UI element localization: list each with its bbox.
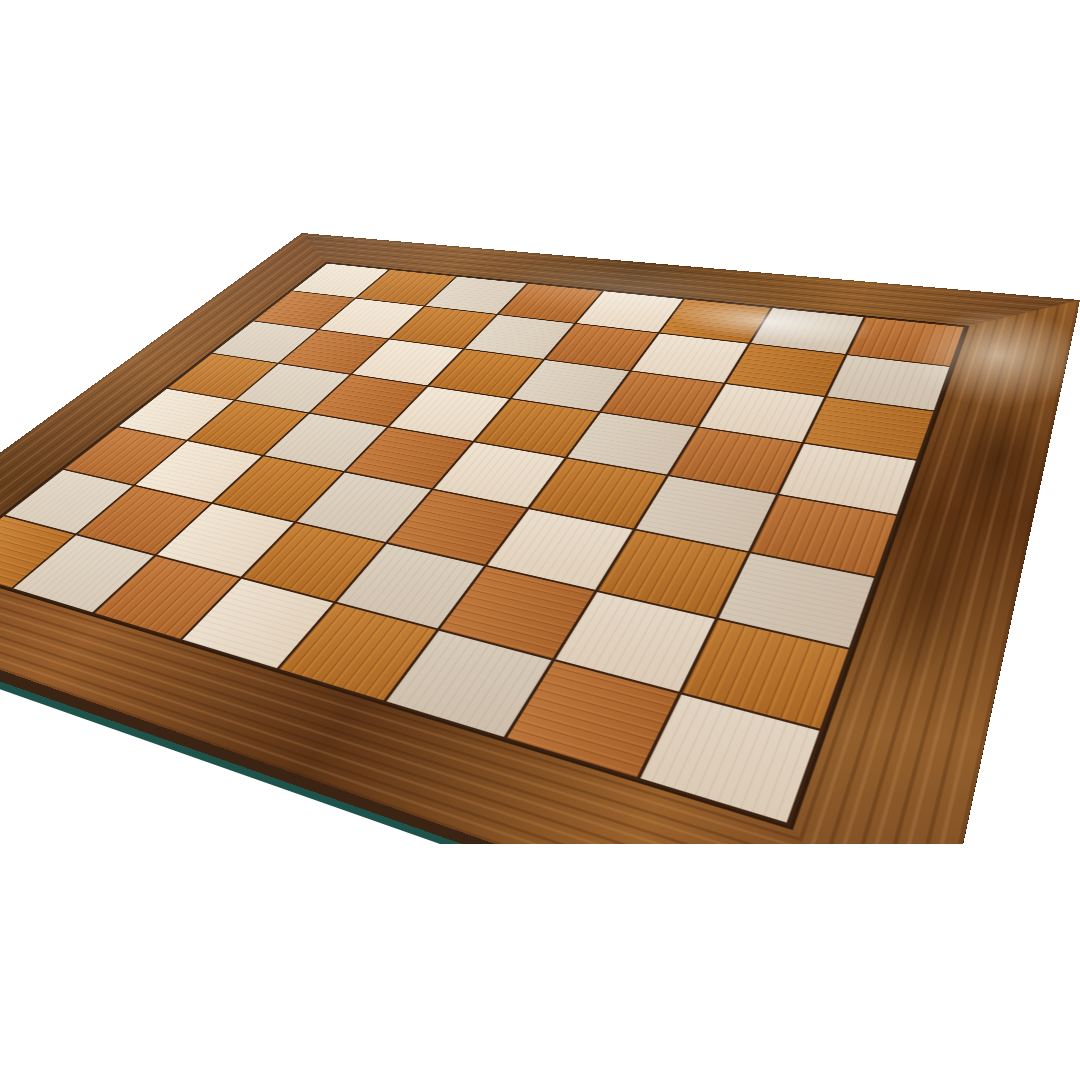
chess-board (0, 233, 1080, 844)
photo-crop (0, 0, 1080, 844)
product-photo-canvas (0, 0, 1080, 1080)
